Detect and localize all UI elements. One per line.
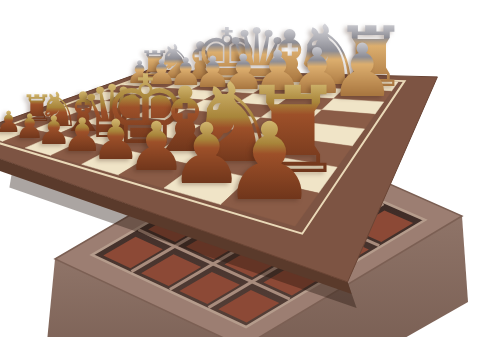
- chess-set-photo: ♜♞♝♚♛♝♞♜♟♟♟♟♟♟♟♟♜♞♝♛♚♝♞♜♟♟♟♟♟♟♟♟: [0, 0, 480, 337]
- pieces-layer: ♜♞♝♚♛♝♞♜♟♟♟♟♟♟♟♟♜♞♝♛♚♝♞♜♟♟♟♟♟♟♟♟: [0, 0, 480, 337]
- piece-brass-pawn[interactable]: ♟: [221, 109, 317, 216]
